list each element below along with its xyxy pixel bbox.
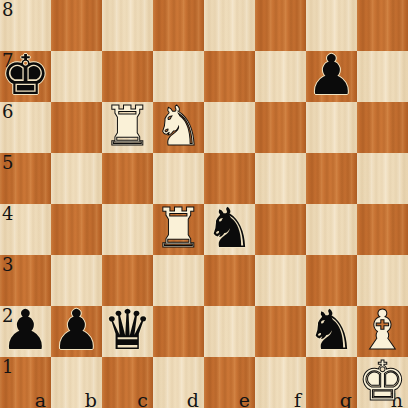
square-a5[interactable]: 5 <box>0 153 51 204</box>
square-d3[interactable] <box>153 255 204 306</box>
piece-black-knight[interactable]: ♞ <box>204 204 255 255</box>
square-e1[interactable]: e <box>204 357 255 408</box>
square-f6[interactable] <box>255 102 306 153</box>
square-f3[interactable] <box>255 255 306 306</box>
square-d1[interactable]: d <box>153 357 204 408</box>
file-label-b: b <box>85 390 97 408</box>
piece-white-rook[interactable]: ♜♜ <box>102 102 153 153</box>
square-g2[interactable]: ♞ <box>306 306 357 357</box>
piece-glyph-fill: ♞ <box>205 203 254 254</box>
square-b7[interactable] <box>51 51 102 102</box>
piece-white-knight[interactable]: ♞♞ <box>153 102 204 153</box>
square-e8[interactable] <box>204 0 255 51</box>
square-d4[interactable]: ♜♜ <box>153 204 204 255</box>
square-e4[interactable]: ♞ <box>204 204 255 255</box>
square-a6[interactable]: 6 <box>0 102 51 153</box>
square-c1[interactable]: c <box>102 357 153 408</box>
square-c2[interactable]: ♛ <box>102 306 153 357</box>
piece-white-rook[interactable]: ♜♜ <box>153 204 204 255</box>
piece-black-pawn[interactable]: ♟ <box>306 51 357 102</box>
rank-label-8: 8 <box>2 0 13 20</box>
piece-glyph-fill: ♛ <box>103 305 152 356</box>
square-h5[interactable] <box>357 153 408 204</box>
square-a4[interactable]: 4 <box>0 204 51 255</box>
square-b6[interactable] <box>51 102 102 153</box>
square-g7[interactable]: ♟ <box>306 51 357 102</box>
square-b8[interactable] <box>51 0 102 51</box>
piece-black-king[interactable]: ♚ <box>0 51 51 102</box>
square-h1[interactable]: h♚♚ <box>357 357 408 408</box>
piece-glyph-fill: ♟ <box>52 305 101 356</box>
square-f7[interactable] <box>255 51 306 102</box>
square-g1[interactable]: g <box>306 357 357 408</box>
square-f8[interactable] <box>255 0 306 51</box>
square-f2[interactable] <box>255 306 306 357</box>
square-b2[interactable]: ♟ <box>51 306 102 357</box>
square-e6[interactable] <box>204 102 255 153</box>
square-a2[interactable]: 2♟ <box>0 306 51 357</box>
square-f1[interactable]: f <box>255 357 306 408</box>
square-b5[interactable] <box>51 153 102 204</box>
rank-label-5: 5 <box>2 153 13 173</box>
square-g4[interactable] <box>306 204 357 255</box>
square-e3[interactable] <box>204 255 255 306</box>
piece-glyph-fill: ♟ <box>1 305 50 356</box>
square-a7[interactable]: 7♚ <box>0 51 51 102</box>
square-h6[interactable] <box>357 102 408 153</box>
piece-glyph-outline: ♜ <box>103 101 152 152</box>
square-g5[interactable] <box>306 153 357 204</box>
rank-label-3: 3 <box>2 255 13 275</box>
square-h4[interactable] <box>357 204 408 255</box>
file-label-g: g <box>340 390 352 408</box>
file-label-c: c <box>137 390 148 408</box>
rank-label-4: 4 <box>2 204 13 224</box>
file-label-d: d <box>187 390 199 408</box>
square-h7[interactable] <box>357 51 408 102</box>
square-f4[interactable] <box>255 204 306 255</box>
square-c4[interactable] <box>102 204 153 255</box>
piece-black-queen[interactable]: ♛ <box>102 306 153 357</box>
file-label-e: e <box>239 390 250 408</box>
square-d6[interactable]: ♞♞ <box>153 102 204 153</box>
square-b4[interactable] <box>51 204 102 255</box>
piece-black-knight[interactable]: ♞ <box>306 306 357 357</box>
square-f5[interactable] <box>255 153 306 204</box>
square-h8[interactable] <box>357 0 408 51</box>
square-e7[interactable] <box>204 51 255 102</box>
square-c8[interactable] <box>102 0 153 51</box>
square-b1[interactable]: b <box>51 357 102 408</box>
piece-glyph-fill: ♟ <box>307 50 356 101</box>
piece-black-pawn[interactable]: ♟ <box>0 306 51 357</box>
square-d8[interactable] <box>153 0 204 51</box>
piece-glyph-fill: ♞ <box>307 305 356 356</box>
file-label-f: f <box>294 390 301 408</box>
piece-black-pawn[interactable]: ♟ <box>51 306 102 357</box>
chess-app: 87♚♟6♜♜♞♞54♜♜♞32♟♟♛♞♝♝1abcdefgh♚♚ <box>0 0 408 408</box>
square-c6[interactable]: ♜♜ <box>102 102 153 153</box>
square-d2[interactable] <box>153 306 204 357</box>
piece-glyph-outline: ♞ <box>154 101 203 152</box>
piece-glyph-outline: ♚ <box>358 356 407 407</box>
piece-glyph-outline: ♜ <box>154 203 203 254</box>
square-a1[interactable]: 1a <box>0 357 51 408</box>
square-c5[interactable] <box>102 153 153 204</box>
square-g6[interactable] <box>306 102 357 153</box>
square-e2[interactable] <box>204 306 255 357</box>
piece-glyph-fill: ♚ <box>1 50 50 101</box>
file-label-a: a <box>35 390 46 408</box>
piece-white-king[interactable]: ♚♚ <box>357 357 408 408</box>
chess-board: 87♚♟6♜♜♞♞54♜♜♞32♟♟♛♞♝♝1abcdefgh♚♚ <box>0 0 408 408</box>
